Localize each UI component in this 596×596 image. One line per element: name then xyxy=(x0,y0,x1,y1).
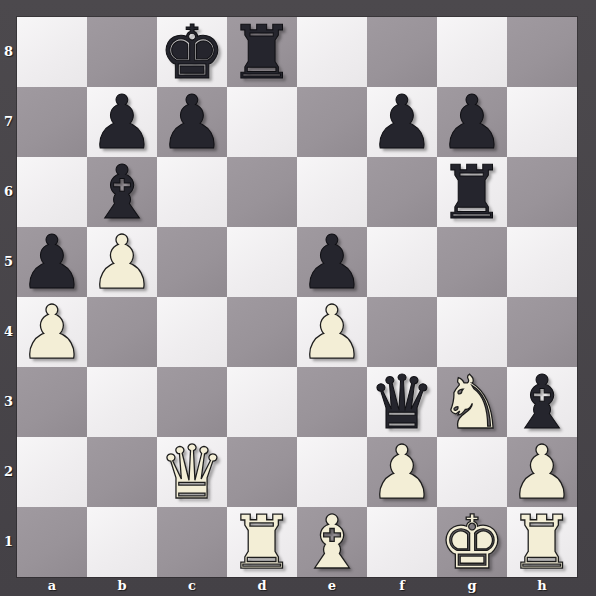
piece-black-king[interactable]: ♚ xyxy=(159,15,225,89)
piece-black-queen[interactable]: ♛ xyxy=(369,365,435,439)
square-c5[interactable] xyxy=(157,227,227,297)
square-b8[interactable] xyxy=(87,17,157,87)
piece-white-pawn[interactable]: ♟ xyxy=(299,295,365,369)
rank-label-2: 2 xyxy=(0,437,17,507)
piece-white-king[interactable]: ♚ xyxy=(439,505,505,579)
square-d2[interactable] xyxy=(227,437,297,507)
file-label-f: f xyxy=(367,577,437,596)
square-h6[interactable] xyxy=(507,157,577,227)
square-b1[interactable] xyxy=(87,507,157,577)
chessboard: ♚♜♟♟♟♟♝♜♟♟♟♟♟♛♞♝♛♟♟♜♝♚♜ xyxy=(17,17,577,577)
square-c8[interactable]: ♚ xyxy=(157,17,227,87)
piece-black-pawn[interactable]: ♟ xyxy=(369,85,435,159)
square-h7[interactable] xyxy=(507,87,577,157)
square-c7[interactable]: ♟ xyxy=(157,87,227,157)
square-g5[interactable] xyxy=(437,227,507,297)
square-f6[interactable] xyxy=(367,157,437,227)
square-h8[interactable] xyxy=(507,17,577,87)
file-label-b: b xyxy=(87,577,157,596)
rank-label-7: 7 xyxy=(0,87,17,157)
piece-black-rook[interactable]: ♜ xyxy=(229,15,295,89)
square-c2[interactable]: ♛ xyxy=(157,437,227,507)
square-g7[interactable]: ♟ xyxy=(437,87,507,157)
square-a7[interactable] xyxy=(17,87,87,157)
square-c4[interactable] xyxy=(157,297,227,367)
square-a1[interactable] xyxy=(17,507,87,577)
square-e7[interactable] xyxy=(297,87,367,157)
rank-label-3: 3 xyxy=(0,367,17,437)
square-h3[interactable]: ♝ xyxy=(507,367,577,437)
piece-black-pawn[interactable]: ♟ xyxy=(299,225,365,299)
square-d3[interactable] xyxy=(227,367,297,437)
rank-label-4: 4 xyxy=(0,297,17,367)
square-e5[interactable]: ♟ xyxy=(297,227,367,297)
square-h5[interactable] xyxy=(507,227,577,297)
square-d6[interactable] xyxy=(227,157,297,227)
piece-white-pawn[interactable]: ♟ xyxy=(19,295,85,369)
square-h2[interactable]: ♟ xyxy=(507,437,577,507)
piece-black-pawn[interactable]: ♟ xyxy=(439,85,505,159)
square-d1[interactable]: ♜ xyxy=(227,507,297,577)
piece-white-bishop[interactable]: ♝ xyxy=(299,505,365,579)
piece-white-pawn[interactable]: ♟ xyxy=(509,435,575,509)
square-f5[interactable] xyxy=(367,227,437,297)
square-f4[interactable] xyxy=(367,297,437,367)
square-b3[interactable] xyxy=(87,367,157,437)
square-b2[interactable] xyxy=(87,437,157,507)
square-f7[interactable]: ♟ xyxy=(367,87,437,157)
square-e6[interactable] xyxy=(297,157,367,227)
square-e4[interactable]: ♟ xyxy=(297,297,367,367)
piece-white-pawn[interactable]: ♟ xyxy=(369,435,435,509)
square-c6[interactable] xyxy=(157,157,227,227)
square-d4[interactable] xyxy=(227,297,297,367)
square-g1[interactable]: ♚ xyxy=(437,507,507,577)
square-g8[interactable] xyxy=(437,17,507,87)
square-a3[interactable] xyxy=(17,367,87,437)
square-b7[interactable]: ♟ xyxy=(87,87,157,157)
square-g6[interactable]: ♜ xyxy=(437,157,507,227)
piece-white-rook[interactable]: ♜ xyxy=(509,505,575,579)
rank-label-1: 1 xyxy=(0,507,17,577)
piece-black-pawn[interactable]: ♟ xyxy=(159,85,225,159)
square-f8[interactable] xyxy=(367,17,437,87)
square-c3[interactable] xyxy=(157,367,227,437)
square-h4[interactable] xyxy=(507,297,577,367)
piece-white-knight[interactable]: ♞ xyxy=(439,365,505,439)
piece-black-pawn[interactable]: ♟ xyxy=(19,225,85,299)
square-d5[interactable] xyxy=(227,227,297,297)
square-g2[interactable] xyxy=(437,437,507,507)
square-a4[interactable]: ♟ xyxy=(17,297,87,367)
square-c1[interactable] xyxy=(157,507,227,577)
square-e8[interactable] xyxy=(297,17,367,87)
square-b4[interactable] xyxy=(87,297,157,367)
square-a5[interactable]: ♟ xyxy=(17,227,87,297)
rank-label-5: 5 xyxy=(0,227,17,297)
square-a6[interactable] xyxy=(17,157,87,227)
square-f2[interactable]: ♟ xyxy=(367,437,437,507)
square-d7[interactable] xyxy=(227,87,297,157)
square-b5[interactable]: ♟ xyxy=(87,227,157,297)
chessboard-frame: 87654321 abcdefgh ♚♜♟♟♟♟♝♜♟♟♟♟♟♛♞♝♛♟♟♜♝♚… xyxy=(0,0,596,596)
square-d8[interactable]: ♜ xyxy=(227,17,297,87)
square-h1[interactable]: ♜ xyxy=(507,507,577,577)
file-label-c: c xyxy=(157,577,227,596)
square-a8[interactable] xyxy=(17,17,87,87)
square-f1[interactable] xyxy=(367,507,437,577)
square-g3[interactable]: ♞ xyxy=(437,367,507,437)
piece-black-pawn[interactable]: ♟ xyxy=(89,85,155,159)
square-e1[interactable]: ♝ xyxy=(297,507,367,577)
piece-black-bishop[interactable]: ♝ xyxy=(509,365,575,439)
piece-white-rook[interactable]: ♜ xyxy=(229,505,295,579)
piece-black-bishop[interactable]: ♝ xyxy=(89,155,155,229)
rank-label-8: 8 xyxy=(0,17,17,87)
piece-white-pawn[interactable]: ♟ xyxy=(89,225,155,299)
square-g4[interactable] xyxy=(437,297,507,367)
rank-label-6: 6 xyxy=(0,157,17,227)
square-e2[interactable] xyxy=(297,437,367,507)
square-b6[interactable]: ♝ xyxy=(87,157,157,227)
file-label-a: a xyxy=(17,577,87,596)
piece-white-queen[interactable]: ♛ xyxy=(159,435,225,509)
piece-black-rook[interactable]: ♜ xyxy=(439,155,505,229)
square-a2[interactable] xyxy=(17,437,87,507)
square-e3[interactable] xyxy=(297,367,367,437)
square-f3[interactable]: ♛ xyxy=(367,367,437,437)
